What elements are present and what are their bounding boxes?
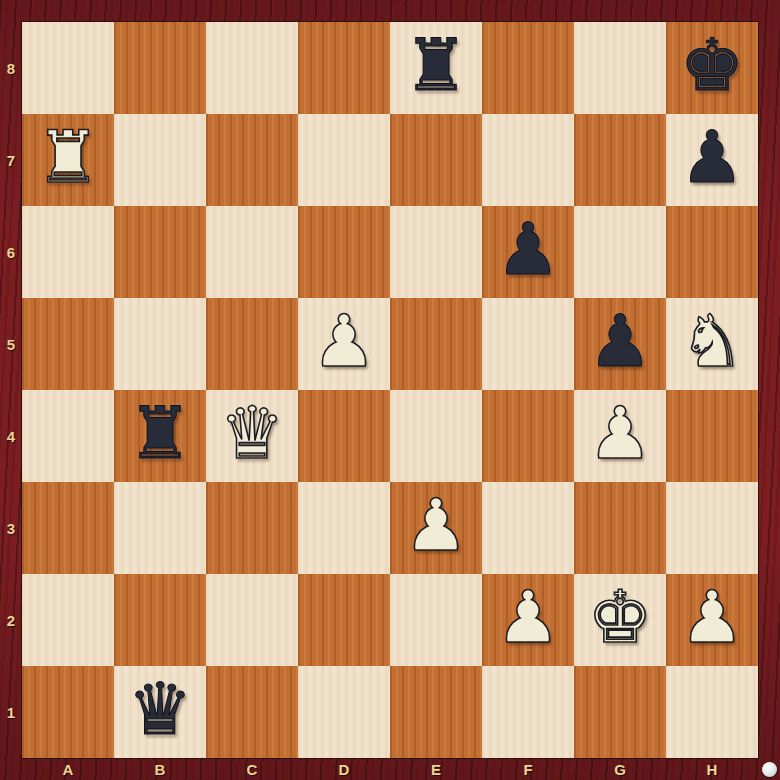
- rank-label-3: 3: [0, 482, 22, 574]
- square-a4[interactable]: [22, 390, 114, 482]
- square-d6[interactable]: [298, 206, 390, 298]
- file-label-f: F: [482, 758, 574, 780]
- square-b6[interactable]: [114, 206, 206, 298]
- square-f5[interactable]: [482, 298, 574, 390]
- square-h6[interactable]: [666, 206, 758, 298]
- file-label-h: H: [666, 758, 758, 780]
- white-king-g2: ♚: [588, 581, 653, 653]
- file-coordinates: ABCDEFGH: [22, 758, 758, 780]
- white-queen-c4: ♛: [220, 397, 285, 469]
- square-c6[interactable]: [206, 206, 298, 298]
- square-c3[interactable]: [206, 482, 298, 574]
- square-e5[interactable]: [390, 298, 482, 390]
- square-f2[interactable]: ♟: [482, 574, 574, 666]
- rank-label-2: 2: [0, 574, 22, 666]
- rank-coordinates: 87654321: [0, 22, 22, 758]
- square-g7[interactable]: [574, 114, 666, 206]
- square-g1[interactable]: [574, 666, 666, 758]
- square-b7[interactable]: [114, 114, 206, 206]
- square-e7[interactable]: [390, 114, 482, 206]
- square-b5[interactable]: [114, 298, 206, 390]
- square-b8[interactable]: [114, 22, 206, 114]
- chess-diagram-frame: ♜♚♜♟♟♟♟♞♜♛♟♟♟♚♟♛ 87654321 ABCDEFGH: [0, 0, 780, 780]
- black-rook-b4: ♜: [128, 397, 193, 469]
- black-pawn-g5: ♟: [588, 305, 653, 377]
- side-to-move-indicator: [762, 762, 777, 777]
- square-e6[interactable]: [390, 206, 482, 298]
- square-g4[interactable]: ♟: [574, 390, 666, 482]
- white-knight-h5: ♞: [680, 305, 745, 377]
- square-d7[interactable]: [298, 114, 390, 206]
- square-a2[interactable]: [22, 574, 114, 666]
- square-h4[interactable]: [666, 390, 758, 482]
- black-king-h8: ♚: [680, 29, 745, 101]
- rank-label-6: 6: [0, 206, 22, 298]
- square-h5[interactable]: ♞: [666, 298, 758, 390]
- square-e8[interactable]: ♜: [390, 22, 482, 114]
- square-g8[interactable]: [574, 22, 666, 114]
- square-a8[interactable]: [22, 22, 114, 114]
- rank-label-4: 4: [0, 390, 22, 482]
- file-label-c: C: [206, 758, 298, 780]
- square-f1[interactable]: [482, 666, 574, 758]
- square-b4[interactable]: ♜: [114, 390, 206, 482]
- square-g3[interactable]: [574, 482, 666, 574]
- square-e3[interactable]: ♟: [390, 482, 482, 574]
- square-c8[interactable]: [206, 22, 298, 114]
- rank-label-1: 1: [0, 666, 22, 758]
- square-e2[interactable]: [390, 574, 482, 666]
- square-d3[interactable]: [298, 482, 390, 574]
- square-f3[interactable]: [482, 482, 574, 574]
- square-e4[interactable]: [390, 390, 482, 482]
- square-a5[interactable]: [22, 298, 114, 390]
- square-g2[interactable]: ♚: [574, 574, 666, 666]
- black-queen-b1: ♛: [128, 673, 193, 745]
- square-f6[interactable]: ♟: [482, 206, 574, 298]
- square-a7[interactable]: ♜: [22, 114, 114, 206]
- rank-label-5: 5: [0, 298, 22, 390]
- white-pawn-d5: ♟: [312, 305, 377, 377]
- white-rook-a7: ♜: [36, 121, 101, 193]
- black-rook-e8: ♜: [404, 29, 469, 101]
- square-c1[interactable]: [206, 666, 298, 758]
- square-a1[interactable]: [22, 666, 114, 758]
- rank-label-8: 8: [0, 22, 22, 114]
- square-h8[interactable]: ♚: [666, 22, 758, 114]
- square-b1[interactable]: ♛: [114, 666, 206, 758]
- file-label-b: B: [114, 758, 206, 780]
- square-f8[interactable]: [482, 22, 574, 114]
- square-c7[interactable]: [206, 114, 298, 206]
- black-pawn-h7: ♟: [680, 121, 745, 193]
- square-h3[interactable]: [666, 482, 758, 574]
- square-g5[interactable]: ♟: [574, 298, 666, 390]
- square-c4[interactable]: ♛: [206, 390, 298, 482]
- square-f7[interactable]: [482, 114, 574, 206]
- file-label-a: A: [22, 758, 114, 780]
- white-pawn-h2: ♟: [680, 581, 745, 653]
- rank-label-7: 7: [0, 114, 22, 206]
- square-h1[interactable]: [666, 666, 758, 758]
- square-g6[interactable]: [574, 206, 666, 298]
- square-d2[interactable]: [298, 574, 390, 666]
- file-label-d: D: [298, 758, 390, 780]
- square-d5[interactable]: ♟: [298, 298, 390, 390]
- square-d4[interactable]: [298, 390, 390, 482]
- white-pawn-e3: ♟: [404, 489, 469, 561]
- white-pawn-g4: ♟: [588, 397, 653, 469]
- square-d1[interactable]: [298, 666, 390, 758]
- square-c2[interactable]: [206, 574, 298, 666]
- square-b3[interactable]: [114, 482, 206, 574]
- file-label-e: E: [390, 758, 482, 780]
- square-a6[interactable]: [22, 206, 114, 298]
- square-e1[interactable]: [390, 666, 482, 758]
- white-pawn-f2: ♟: [496, 581, 561, 653]
- file-label-g: G: [574, 758, 666, 780]
- square-b2[interactable]: [114, 574, 206, 666]
- square-f4[interactable]: [482, 390, 574, 482]
- square-h7[interactable]: ♟: [666, 114, 758, 206]
- square-c5[interactable]: [206, 298, 298, 390]
- square-d8[interactable]: [298, 22, 390, 114]
- square-h2[interactable]: ♟: [666, 574, 758, 666]
- chess-board: ♜♚♜♟♟♟♟♞♜♛♟♟♟♚♟♛: [22, 22, 758, 758]
- black-pawn-f6: ♟: [496, 213, 561, 285]
- square-a3[interactable]: [22, 482, 114, 574]
